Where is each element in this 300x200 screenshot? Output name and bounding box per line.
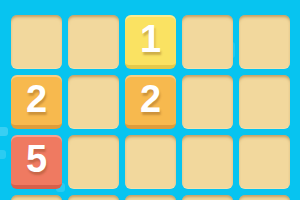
tile-number: 2 [140, 80, 161, 118]
tile-number: 2 [26, 80, 47, 118]
empty-cell [239, 15, 290, 69]
empty-cell [239, 195, 290, 200]
background-sparkle [0, 150, 6, 159]
empty-cell [182, 195, 233, 200]
empty-cell [125, 195, 176, 200]
empty-cell [11, 195, 62, 200]
tile-2[interactable]: 2 [125, 75, 176, 129]
tile-5[interactable]: 5 [11, 135, 62, 189]
game-board: 1225 [11, 15, 290, 200]
empty-cell [239, 75, 290, 129]
tile-number: 1 [140, 20, 161, 58]
background-sparkle [0, 127, 8, 136]
empty-cell [11, 15, 62, 69]
empty-cell [68, 195, 119, 200]
empty-cell [239, 135, 290, 189]
empty-cell [182, 135, 233, 189]
tile-2[interactable]: 2 [11, 75, 62, 129]
tile-1[interactable]: 1 [125, 15, 176, 69]
empty-cell [182, 75, 233, 129]
empty-cell [68, 15, 119, 69]
empty-cell [182, 15, 233, 69]
empty-cell [68, 135, 119, 189]
game-screen: 1225 [0, 0, 300, 200]
tile-number: 5 [26, 140, 47, 178]
empty-cell [125, 135, 176, 189]
empty-cell [68, 75, 119, 129]
